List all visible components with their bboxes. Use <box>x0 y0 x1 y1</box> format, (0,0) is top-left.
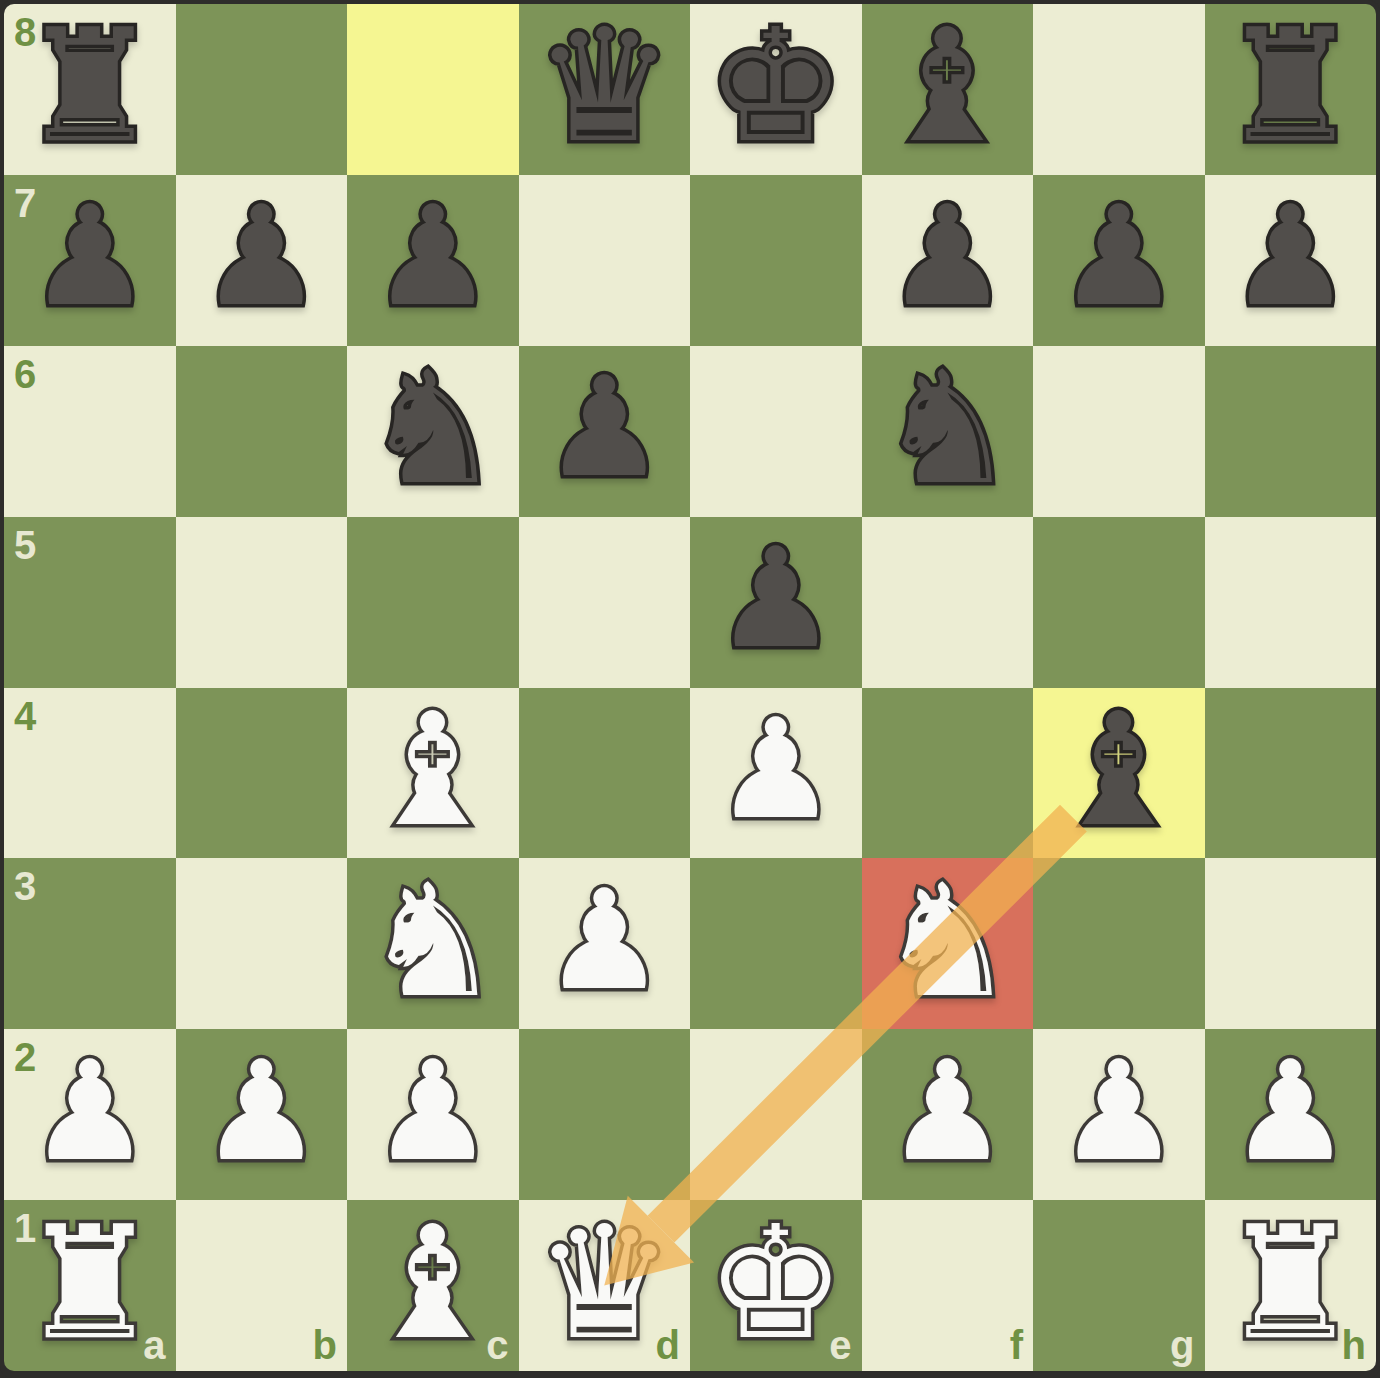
square-f4[interactable] <box>862 688 1034 859</box>
square-h7[interactable]: ♟ <box>1205 175 1377 346</box>
square-g6[interactable] <box>1033 346 1205 517</box>
square-d5[interactable] <box>519 517 691 688</box>
square-a8[interactable]: 8♜ <box>4 4 176 175</box>
piece-black-bishop-f8[interactable]: ♝ <box>877 8 1017 164</box>
square-h2[interactable]: ♟ <box>1205 1029 1377 1200</box>
piece-black-pawn-d6[interactable]: ♟ <box>542 359 666 497</box>
rank-label-4: 4 <box>14 696 36 736</box>
file-label-e: e <box>829 1325 851 1365</box>
file-label-g: g <box>1170 1325 1194 1365</box>
square-c4[interactable]: ♝ <box>347 688 519 859</box>
piece-black-pawn-e5[interactable]: ♟ <box>714 530 838 668</box>
square-c6[interactable]: ♞ <box>347 346 519 517</box>
square-h3[interactable] <box>1205 858 1377 1029</box>
file-label-b: b <box>313 1325 337 1365</box>
square-e2[interactable] <box>690 1029 862 1200</box>
square-a5[interactable]: 5 <box>4 517 176 688</box>
square-c7[interactable]: ♟ <box>347 175 519 346</box>
square-b2[interactable]: ♟ <box>176 1029 348 1200</box>
square-f3[interactable]: ♞ <box>862 858 1034 1029</box>
square-a4[interactable]: 4 <box>4 688 176 859</box>
square-e4[interactable]: ♟ <box>690 688 862 859</box>
file-label-c: c <box>486 1325 508 1365</box>
piece-white-queen-d1[interactable]: ♛ <box>534 1205 674 1361</box>
file-label-d: d <box>656 1325 680 1365</box>
square-b3[interactable] <box>176 858 348 1029</box>
piece-white-knight-c3[interactable]: ♞ <box>363 863 503 1019</box>
piece-black-pawn-b7[interactable]: ♟ <box>199 188 323 326</box>
square-b8[interactable] <box>176 4 348 175</box>
piece-black-rook-h8[interactable]: ♜ <box>1220 8 1360 164</box>
square-e3[interactable] <box>690 858 862 1029</box>
square-f5[interactable] <box>862 517 1034 688</box>
square-h6[interactable] <box>1205 346 1377 517</box>
square-c1[interactable]: c♝ <box>347 1200 519 1371</box>
square-c8[interactable] <box>347 4 519 175</box>
piece-black-pawn-g7[interactable]: ♟ <box>1057 188 1181 326</box>
square-g2[interactable]: ♟ <box>1033 1029 1205 1200</box>
square-c2[interactable]: ♟ <box>347 1029 519 1200</box>
square-d1[interactable]: d♛ <box>519 1200 691 1371</box>
rank-label-1: 1 <box>14 1208 36 1248</box>
square-e6[interactable] <box>690 346 862 517</box>
square-b1[interactable]: b <box>176 1200 348 1371</box>
square-e5[interactable]: ♟ <box>690 517 862 688</box>
piece-white-rook-h1[interactable]: ♜ <box>1220 1205 1360 1361</box>
square-d7[interactable] <box>519 175 691 346</box>
piece-black-queen-d8[interactable]: ♛ <box>534 8 674 164</box>
square-f2[interactable]: ♟ <box>862 1029 1034 1200</box>
piece-white-pawn-b2[interactable]: ♟ <box>199 1043 323 1181</box>
rank-label-6: 6 <box>14 354 36 394</box>
square-d4[interactable] <box>519 688 691 859</box>
piece-black-pawn-f7[interactable]: ♟ <box>885 188 1009 326</box>
piece-white-pawn-e4[interactable]: ♟ <box>714 701 838 839</box>
square-g5[interactable] <box>1033 517 1205 688</box>
square-g7[interactable]: ♟ <box>1033 175 1205 346</box>
square-h4[interactable] <box>1205 688 1377 859</box>
file-label-f: f <box>1010 1325 1023 1365</box>
square-c5[interactable] <box>347 517 519 688</box>
piece-white-rook-a1[interactable]: ♜ <box>20 1205 160 1361</box>
piece-black-king-e8[interactable]: ♚ <box>706 8 846 164</box>
square-e1[interactable]: e♚ <box>690 1200 862 1371</box>
piece-black-rook-a8[interactable]: ♜ <box>20 8 160 164</box>
piece-black-pawn-h7[interactable]: ♟ <box>1228 188 1352 326</box>
square-a3[interactable]: 3 <box>4 858 176 1029</box>
piece-white-pawn-c2[interactable]: ♟ <box>371 1043 495 1181</box>
square-f7[interactable]: ♟ <box>862 175 1034 346</box>
square-f6[interactable]: ♞ <box>862 346 1034 517</box>
square-h1[interactable]: h♜ <box>1205 1200 1377 1371</box>
square-a6[interactable]: 6 <box>4 346 176 517</box>
chess-board: 8♜♛♚♝♜7♟♟♟♟♟♟6♞♟♞5♟4♝♟♝3♞♟♞2♟♟♟♟♟♟1a♜bc♝… <box>4 4 1376 1371</box>
piece-black-knight-c6[interactable]: ♞ <box>363 350 503 506</box>
square-b4[interactable] <box>176 688 348 859</box>
piece-white-bishop-c4[interactable]: ♝ <box>363 692 503 848</box>
square-a1[interactable]: 1a♜ <box>4 1200 176 1371</box>
square-h5[interactable] <box>1205 517 1377 688</box>
file-label-h: h <box>1342 1325 1366 1365</box>
rank-label-8: 8 <box>14 12 36 52</box>
piece-white-pawn-d3[interactable]: ♟ <box>542 872 666 1010</box>
piece-white-bishop-c1[interactable]: ♝ <box>363 1205 503 1361</box>
rank-label-7: 7 <box>14 183 36 223</box>
piece-white-pawn-h2[interactable]: ♟ <box>1228 1043 1352 1181</box>
square-d2[interactable] <box>519 1029 691 1200</box>
square-h8[interactable]: ♜ <box>1205 4 1377 175</box>
square-e7[interactable] <box>690 175 862 346</box>
square-g3[interactable] <box>1033 858 1205 1029</box>
board-frame: 8♜♛♚♝♜7♟♟♟♟♟♟6♞♟♞5♟4♝♟♝3♞♟♞2♟♟♟♟♟♟1a♜bc♝… <box>0 0 1380 1378</box>
piece-white-king-e1[interactable]: ♚ <box>706 1205 846 1361</box>
square-b5[interactable] <box>176 517 348 688</box>
square-g8[interactable] <box>1033 4 1205 175</box>
piece-white-knight-f3[interactable]: ♞ <box>877 863 1017 1019</box>
square-d3[interactable]: ♟ <box>519 858 691 1029</box>
piece-black-knight-f6[interactable]: ♞ <box>877 350 1017 506</box>
rank-label-5: 5 <box>14 525 36 565</box>
square-b6[interactable] <box>176 346 348 517</box>
piece-white-pawn-a2[interactable]: ♟ <box>28 1043 152 1181</box>
square-a7[interactable]: 7♟ <box>4 175 176 346</box>
square-g1[interactable]: g <box>1033 1200 1205 1371</box>
piece-black-pawn-a7[interactable]: ♟ <box>28 188 152 326</box>
piece-white-pawn-f2[interactable]: ♟ <box>885 1043 1009 1181</box>
file-label-a: a <box>143 1325 165 1365</box>
rank-label-3: 3 <box>14 866 36 906</box>
square-d8[interactable]: ♛ <box>519 4 691 175</box>
piece-black-pawn-c7[interactable]: ♟ <box>371 188 495 326</box>
square-b7[interactable]: ♟ <box>176 175 348 346</box>
piece-white-pawn-g2[interactable]: ♟ <box>1057 1043 1181 1181</box>
square-f8[interactable]: ♝ <box>862 4 1034 175</box>
square-e8[interactable]: ♚ <box>690 4 862 175</box>
square-g4[interactable]: ♝ <box>1033 688 1205 859</box>
square-c3[interactable]: ♞ <box>347 858 519 1029</box>
piece-black-bishop-g4[interactable]: ♝ <box>1049 692 1189 848</box>
square-d6[interactable]: ♟ <box>519 346 691 517</box>
square-f1[interactable]: f <box>862 1200 1034 1371</box>
rank-label-2: 2 <box>14 1037 36 1077</box>
square-a2[interactable]: 2♟ <box>4 1029 176 1200</box>
